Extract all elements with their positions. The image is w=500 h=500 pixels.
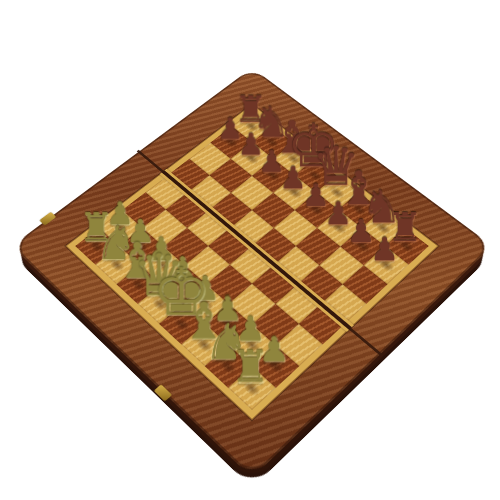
board-surface: ♜♞♝♚♛♝♞♜♟♟♟♟♟♟♟♟♟♟♟♟♟♟♟♟♜♞♝♛♚♝♞♜: [12, 68, 493, 478]
product-photo-scene: ♜♞♝♚♛♝♞♜♟♟♟♟♟♟♟♟♟♟♟♟♟♟♟♟♜♞♝♛♚♝♞♜: [0, 0, 500, 500]
brass-clasp-left: [40, 212, 57, 226]
cell-h1: ♜: [228, 366, 276, 410]
white-rook: ♜: [211, 345, 290, 389]
black-pawn: ♟: [348, 233, 421, 265]
chess-board: ♜♞♝♚♛♝♞♜♟♟♟♟♟♟♟♟♟♟♟♟♟♟♟♟♜♞♝♛♚♝♞♜: [12, 68, 493, 478]
